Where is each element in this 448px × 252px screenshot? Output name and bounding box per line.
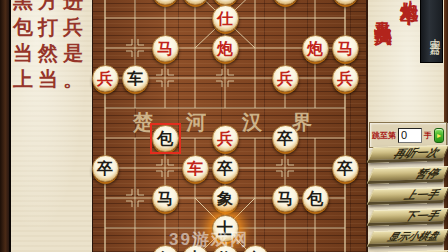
piece-red-advisor[interactable]: 仕 — [212, 5, 239, 32]
button-4[interactable]: 下一手 — [367, 208, 448, 226]
piece-red-pawn[interactable]: 兵 — [332, 65, 359, 92]
piece-red-pawn[interactable]: 兵 — [212, 125, 239, 152]
piece-black-pawn[interactable]: 卒 — [212, 155, 239, 182]
commentary-line: 上当。 — [13, 66, 93, 92]
jump-go-button[interactable]: ▸ — [434, 128, 444, 143]
piece-black-pawn[interactable]: 卒 — [332, 155, 359, 182]
left-wood-edge — [0, 0, 11, 252]
button-3[interactable]: 上一手 — [367, 187, 448, 205]
river-char: 河 — [183, 109, 209, 135]
piece-black-horse[interactable]: 马 — [272, 185, 299, 212]
piece-red-horse[interactable]: 马 — [152, 35, 179, 62]
commentary-line: 当然是 — [13, 40, 93, 66]
opening-title-column-right: 八炮对车不 — [398, 0, 420, 106]
piece-red-pawn[interactable]: 兵 — [272, 65, 299, 92]
opening-title-column-left: 夹马盘头局】 — [372, 6, 394, 138]
commentary-line: 包打兵 — [13, 14, 93, 40]
piece-black-pawn[interactable]: 卒 — [92, 155, 119, 182]
piece-black-horse[interactable]: 马 — [152, 185, 179, 212]
piece-black-advisor[interactable]: 士 — [212, 215, 239, 242]
button-2[interactable]: 暂停 — [367, 166, 448, 184]
commentary-line: 黑方进 — [13, 0, 93, 14]
button-label: 再听一次 — [391, 145, 441, 161]
piece-red-pawn[interactable]: 兵 — [92, 65, 119, 92]
river-char: 汉 — [239, 109, 265, 135]
button-label: 上一手 — [402, 187, 441, 203]
commentary-panel: 黑方进 包打兵 当然是 上当。 — [0, 0, 93, 252]
xiangqi-app-window: 楚河汉界 相仕帅相车仕马炮炮马兵车兵兵包兵卒卒车卒卒马象马包士象士将车 黑方进 … — [0, 0, 448, 252]
piece-black-chariot[interactable]: 车 — [122, 65, 149, 92]
chapter-badge: 中兵篇 — [420, 0, 443, 63]
button-1[interactable]: 再听一次 — [367, 145, 448, 163]
piece-red-cannon[interactable]: 炮 — [212, 35, 239, 62]
button-label: 暂停 — [413, 166, 441, 182]
piece-red-chariot[interactable]: 车 — [182, 155, 209, 182]
piece-black-cannon[interactable]: 包 — [152, 125, 179, 152]
jump-prefix-label: 跳至第 — [372, 130, 396, 141]
jump-suffix-label: 手 — [424, 130, 432, 141]
piece-black-pawn[interactable]: 卒 — [272, 125, 299, 152]
piece-black-elephant[interactable]: 象 — [212, 185, 239, 212]
move-number-input[interactable] — [398, 128, 422, 143]
button-5[interactable]: 显示小棋盘 — [367, 229, 448, 247]
piece-red-horse[interactable]: 马 — [332, 35, 359, 62]
piece-red-cannon[interactable]: 炮 — [302, 35, 329, 62]
button-label: 下一手 — [402, 208, 441, 224]
commentary-text: 黑方进 包打兵 当然是 上当。 — [13, 0, 93, 92]
piece-black-cannon[interactable]: 包 — [302, 185, 329, 212]
control-panel: 中兵篇 八炮对车不 夹马盘头局】 跳至第 手 ▸ 再听一次暂停上一手下一手显示小… — [366, 0, 448, 252]
button-label: 显示小棋盘 — [385, 229, 441, 244]
